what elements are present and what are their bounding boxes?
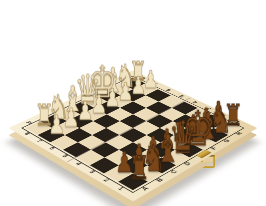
pieces-layer: ♜♞♝♛♚♝♞♜♟♟♟♟♟♟♟♟♟♟♟♟♟♟♟♟♜♞♝♛♚♝♞♜ bbox=[9, 70, 258, 201]
chess-set-scene: AABBCCDDEEFFGGHH8877665544332211 ♜♞♝♛♚♝♞… bbox=[0, 0, 266, 206]
chess-board: AABBCCDDEEFFGGHH8877665544332211 ♜♞♝♛♚♝♞… bbox=[9, 70, 258, 201]
light-pawn-piece-a7: ♟ bbox=[44, 111, 69, 137]
chess-set-photo: AABBCCDDEEFFGGHH8877665544332211 ♜♞♝♛♚♝♞… bbox=[0, 0, 266, 206]
dark-rook-piece-a1: ♜ bbox=[125, 152, 152, 185]
